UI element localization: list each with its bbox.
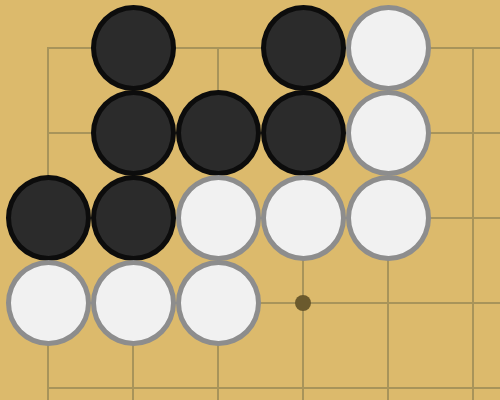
- intersection-r4c5[interactable]: [346, 261, 431, 346]
- intersection-r3c2[interactable]: [91, 176, 176, 261]
- white-stone: [346, 5, 431, 91]
- intersection-r2c3[interactable]: [176, 91, 261, 176]
- intersection-r1c1[interactable]: [6, 6, 91, 91]
- intersection-r1c4[interactable]: [261, 6, 346, 91]
- black-stone: [91, 175, 176, 261]
- intersection-r3c6[interactable]: [431, 176, 500, 261]
- intersection-r3c1[interactable]: [6, 176, 91, 261]
- intersection-r3c5[interactable]: [346, 176, 431, 261]
- intersection-r4c1[interactable]: [6, 261, 91, 346]
- intersection-r1c5[interactable]: [346, 6, 431, 91]
- intersection-r2c1[interactable]: [6, 91, 91, 176]
- board-intersections: [6, 6, 500, 400]
- intersection-r1c2[interactable]: [91, 6, 176, 91]
- intersection-r5c3[interactable]: [176, 346, 261, 400]
- black-stone: [91, 5, 176, 91]
- intersection-r4c4[interactable]: [261, 261, 346, 346]
- white-stone: [261, 175, 346, 261]
- white-stone: [91, 260, 176, 346]
- white-stone: [346, 175, 431, 261]
- white-stone: [176, 175, 261, 261]
- intersection-r3c4[interactable]: [261, 176, 346, 261]
- intersection-r2c5[interactable]: [346, 91, 431, 176]
- intersection-r4c3[interactable]: [176, 261, 261, 346]
- black-stone: [261, 5, 346, 91]
- intersection-r5c6[interactable]: [431, 346, 500, 400]
- intersection-r2c2[interactable]: [91, 91, 176, 176]
- black-stone: [261, 90, 346, 176]
- intersection-r3c3[interactable]: [176, 176, 261, 261]
- white-stone: [6, 260, 91, 346]
- black-stone: [176, 90, 261, 176]
- intersection-r1c6[interactable]: [431, 6, 500, 91]
- intersection-r5c1[interactable]: [6, 346, 91, 400]
- intersection-r1c3[interactable]: [176, 6, 261, 91]
- white-stone: [176, 260, 261, 346]
- intersection-r2c6[interactable]: [431, 91, 500, 176]
- intersection-r4c2[interactable]: [91, 261, 176, 346]
- white-stone: [346, 90, 431, 176]
- intersection-r4c6[interactable]: [431, 261, 500, 346]
- intersection-r5c2[interactable]: [91, 346, 176, 400]
- go-board: [0, 0, 500, 400]
- black-stone: [6, 175, 91, 261]
- intersection-r5c4[interactable]: [261, 346, 346, 400]
- black-stone: [91, 90, 176, 176]
- intersection-r5c5[interactable]: [346, 346, 431, 400]
- intersection-r2c4[interactable]: [261, 91, 346, 176]
